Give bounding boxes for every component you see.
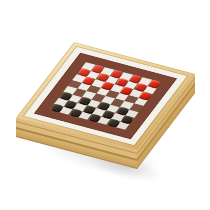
product-photo <box>0 0 210 210</box>
board-grid <box>50 62 162 130</box>
